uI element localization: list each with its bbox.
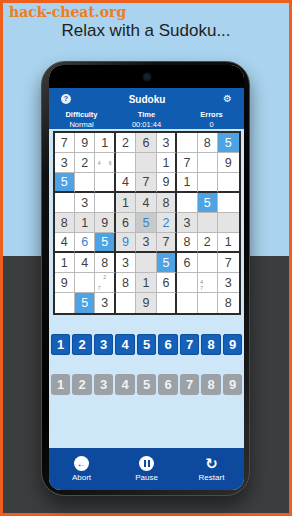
- sudoku-cell-r7c4[interactable]: 3: [116, 253, 136, 273]
- stat-errors-label: Errors: [179, 110, 244, 119]
- stat-errors-value: 0: [179, 120, 244, 129]
- numpad-active-7[interactable]: 7: [180, 334, 200, 355]
- pause-icon: [139, 456, 154, 471]
- restart-button[interactable]: ↻ Restart: [179, 456, 244, 482]
- sudoku-cell-r3c3[interactable]: [95, 173, 115, 193]
- numpad-inactive: 123456789: [51, 374, 243, 395]
- sudoku-cell-r5c4[interactable]: 6: [116, 213, 136, 233]
- numpad-active-6[interactable]: 6: [158, 334, 178, 355]
- numpad-inactive-6[interactable]: 6: [158, 374, 178, 395]
- sudoku-cell-r1c3[interactable]: 1: [95, 133, 115, 153]
- sudoku-cell-r3c2[interactable]: [75, 173, 95, 193]
- sudoku-cell-r8c3[interactable]: 27: [95, 273, 115, 293]
- pause-label: Pause: [135, 473, 158, 482]
- sudoku-cell-r2c6[interactable]: 1: [157, 153, 177, 173]
- page: hack-cheat.org Relax with a Sudoku... ? …: [0, 0, 292, 516]
- sudoku-cell-r5c9[interactable]: [218, 213, 238, 233]
- sudoku-cell-r9c7[interactable]: [177, 293, 197, 313]
- numpad-inactive-7[interactable]: 7: [180, 374, 200, 395]
- numpad-inactive-8[interactable]: 8: [201, 374, 221, 395]
- sudoku-cell-r6c5[interactable]: 3: [136, 233, 156, 253]
- sudoku-cell-r9c5[interactable]: 9: [136, 293, 156, 313]
- sudoku-cell-r1c9[interactable]: 5: [218, 133, 238, 153]
- sudoku-cell-r7c5[interactable]: [136, 253, 156, 273]
- numpad-active: 123456789: [51, 334, 243, 355]
- sudoku-cell-r7c2[interactable]: 4: [75, 253, 95, 273]
- sudoku-cell-r3c6[interactable]: 9: [157, 173, 177, 193]
- sudoku-cell-r4c9[interactable]: [218, 193, 238, 213]
- numpad-active-9[interactable]: 9: [223, 334, 243, 355]
- sudoku-cell-r9c1[interactable]: [55, 293, 75, 313]
- sudoku-cell-r6c4[interactable]: 9: [116, 233, 136, 253]
- sudoku-cell-r5c2[interactable]: 1: [75, 213, 95, 233]
- app-bar: ? Sudoku ⚙ Difficulty Normal Time 00:01:…: [49, 88, 244, 129]
- numpad-inactive-2[interactable]: 2: [72, 374, 92, 395]
- numpad-active-2[interactable]: 2: [72, 334, 92, 355]
- sudoku-cell-r1c6[interactable]: 3: [157, 133, 177, 153]
- sudoku-cell-r2c2[interactable]: 2: [75, 153, 95, 173]
- sudoku-cell-r7c9[interactable]: 7: [218, 253, 238, 273]
- arrow-left-icon: ←: [74, 456, 89, 471]
- pencil-notes: 27: [96, 274, 112, 291]
- sudoku-cell-r9c3[interactable]: 3: [95, 293, 115, 313]
- app-title: Sudoku: [71, 94, 223, 105]
- sudoku-cell-r9c4[interactable]: [116, 293, 136, 313]
- sudoku-cell-r6c3[interactable]: 5: [95, 233, 115, 253]
- sudoku-cell-r4c4[interactable]: 1: [116, 193, 136, 213]
- sudoku-cell-r3c8[interactable]: [198, 173, 218, 193]
- sudoku-cell-r7c7[interactable]: 6: [177, 253, 197, 273]
- sudoku-cell-r3c9[interactable]: [218, 173, 238, 193]
- sudoku-cell-r6c8[interactable]: 2: [198, 233, 218, 253]
- sudoku-cell-r2c3[interactable]: 46: [95, 153, 115, 173]
- status-bar: [49, 65, 244, 88]
- sudoku-cell-r8c6[interactable]: 6: [157, 273, 177, 293]
- sudoku-cell-r1c2[interactable]: 9: [75, 133, 95, 153]
- sudoku-cell-r8c2[interactable]: [75, 273, 95, 293]
- numpad-active-5[interactable]: 5: [137, 334, 157, 355]
- numpad-inactive-9[interactable]: 9: [223, 374, 243, 395]
- help-icon[interactable]: ?: [61, 94, 71, 104]
- sudoku-cell-r6c7[interactable]: 8: [177, 233, 197, 253]
- sudoku-cell-r1c4[interactable]: 2: [116, 133, 136, 153]
- stats-row: Difficulty Normal Time 00:01:44 Errors 0: [49, 110, 244, 129]
- sudoku-cell-r3c1[interactable]: 5: [55, 173, 75, 193]
- pause-button[interactable]: Pause: [114, 456, 179, 482]
- sudoku-cell-r9c8[interactable]: [198, 293, 218, 313]
- numpad-active-1[interactable]: 1: [51, 334, 71, 355]
- camera-icon: [143, 73, 151, 81]
- sudoku-cell-r2c7[interactable]: 7: [177, 153, 197, 173]
- sudoku-cell-r4c6[interactable]: 8: [157, 193, 177, 213]
- sudoku-cell-r8c7[interactable]: [177, 273, 197, 293]
- sudoku-cell-r1c7[interactable]: [177, 133, 197, 153]
- sudoku-cell-r4c1[interactable]: [55, 193, 75, 213]
- sudoku-cell-r8c4[interactable]: 8: [116, 273, 136, 293]
- sudoku-cell-r9c2[interactable]: 5: [75, 293, 95, 313]
- sudoku-cell-r5c5[interactable]: 5: [136, 213, 156, 233]
- numpad-active-8[interactable]: 8: [201, 334, 221, 355]
- phone-frame: ? Sudoku ⚙ Difficulty Normal Time 00:01:…: [41, 61, 250, 496]
- sudoku-cell-r6c1[interactable]: 4: [55, 233, 75, 253]
- sudoku-cell-r1c5[interactable]: 6: [136, 133, 156, 153]
- sudoku-cell-r9c6[interactable]: [157, 293, 177, 313]
- numpad-inactive-1[interactable]: 1: [51, 374, 71, 395]
- sudoku-cell-r2c1[interactable]: 3: [55, 153, 75, 173]
- sudoku-cell-r5c1[interactable]: 8: [55, 213, 75, 233]
- stat-time: Time 00:01:44: [114, 110, 179, 129]
- sudoku-cell-r4c3[interactable]: [95, 193, 115, 213]
- restart-icon: ↻: [205, 456, 218, 471]
- sudoku-cell-r5c7[interactable]: 3: [177, 213, 197, 233]
- sudoku-board: 7912638532461795479131485819652346593782…: [53, 131, 241, 315]
- sudoku-cell-r5c8[interactable]: [198, 213, 218, 233]
- sudoku-cell-r9c9[interactable]: 8: [218, 293, 238, 313]
- sudoku-cell-r8c9[interactable]: 3: [218, 273, 238, 293]
- sudoku-cell-r1c8[interactable]: 8: [198, 133, 218, 153]
- sudoku-cell-r4c8[interactable]: 5: [198, 193, 218, 213]
- sudoku-cell-r6c9[interactable]: 1: [218, 233, 238, 253]
- bottom-nav: ← Abort Pause ↻ Restart: [49, 448, 244, 490]
- sudoku-cell-r6c2[interactable]: 6: [75, 233, 95, 253]
- sudoku-cell-r5c6[interactable]: 2: [157, 213, 177, 233]
- pencil-notes: 47: [199, 274, 216, 291]
- sudoku-cell-r7c3[interactable]: 8: [95, 253, 115, 273]
- sudoku-cell-r7c8[interactable]: [198, 253, 218, 273]
- sudoku-cell-r8c8[interactable]: 47: [198, 273, 218, 293]
- sudoku-cell-r6c6[interactable]: 7: [157, 233, 177, 253]
- sudoku-cell-r4c2[interactable]: 3: [75, 193, 95, 213]
- screen-content: 7912638532461795479131485819652346593782…: [49, 129, 244, 490]
- sudoku-cell-r2c8[interactable]: [198, 153, 218, 173]
- watermark-site-label: hack-cheat.org: [9, 4, 126, 20]
- sudoku-cell-r2c9[interactable]: 9: [218, 153, 238, 173]
- gear-icon[interactable]: ⚙: [223, 94, 232, 104]
- stat-errors: Errors 0: [179, 110, 244, 129]
- sudoku-cell-r3c7[interactable]: 1: [177, 173, 197, 193]
- abort-button[interactable]: ← Abort: [49, 456, 114, 482]
- sudoku-cell-r2c5[interactable]: [136, 153, 156, 173]
- sudoku-cell-r7c6[interactable]: 5: [157, 253, 177, 273]
- stat-difficulty: Difficulty Normal: [49, 110, 114, 129]
- pencil-notes: 46: [96, 154, 112, 171]
- sudoku-cell-r4c5[interactable]: 4: [136, 193, 156, 213]
- sudoku-cell-r3c4[interactable]: 4: [116, 173, 136, 193]
- stat-time-label: Time: [114, 110, 179, 119]
- sudoku-cell-r1c1[interactable]: 7: [55, 133, 75, 153]
- stat-difficulty-value: Normal: [49, 120, 114, 129]
- stat-difficulty-label: Difficulty: [49, 110, 114, 119]
- sudoku-cell-r5c3[interactable]: 9: [95, 213, 115, 233]
- numpad-inactive-5[interactable]: 5: [137, 374, 157, 395]
- sudoku-cell-r7c1[interactable]: 1: [55, 253, 75, 273]
- stat-time-value: 00:01:44: [114, 120, 179, 129]
- sudoku-cell-r3c5[interactable]: 7: [136, 173, 156, 193]
- numpad-inactive-3[interactable]: 3: [94, 374, 114, 395]
- sudoku-cell-r8c1[interactable]: 9: [55, 273, 75, 293]
- numpad-inactive-4[interactable]: 4: [115, 374, 135, 395]
- phone-screen: ? Sudoku ⚙ Difficulty Normal Time 00:01:…: [49, 65, 244, 490]
- abort-label: Abort: [72, 473, 91, 482]
- sudoku-cell-r2c4[interactable]: [116, 153, 136, 173]
- sudoku-cell-r4c7[interactable]: [177, 193, 197, 213]
- numpad-active-4[interactable]: 4: [115, 334, 135, 355]
- numpad-active-3[interactable]: 3: [94, 334, 114, 355]
- restart-label: Restart: [199, 473, 225, 482]
- sudoku-cell-r8c5[interactable]: 1: [136, 273, 156, 293]
- banner-title: Relax with a Sudoku...: [0, 21, 292, 41]
